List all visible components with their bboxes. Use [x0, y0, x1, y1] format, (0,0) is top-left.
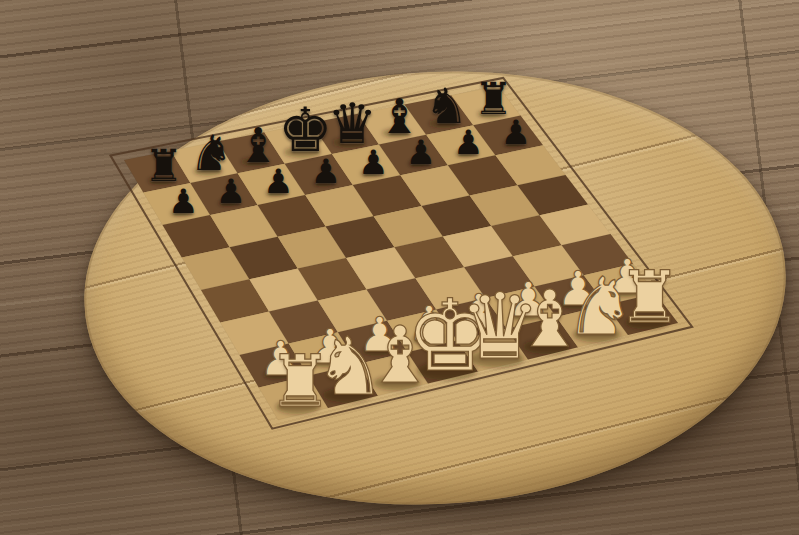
chessboard-grid: [0, 0, 799, 535]
